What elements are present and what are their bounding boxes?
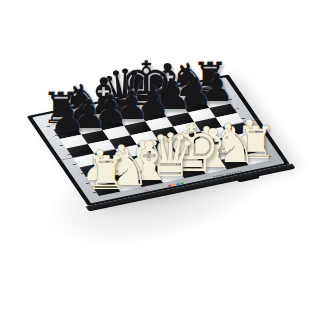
pieces-layer: ♜♞♝♛♚♝♞♜♟♟♟♟♟♟♟♟♟♟♟♟♟♟♟♟♜♞♝♛♚♝♞♜ <box>0 0 320 320</box>
piece-black-pawn-a7[interactable]: ♟ <box>50 98 86 138</box>
chess-set-photo: ▪▪▪▪ ▪▪▪▪▪▪ ▪▪ ♜♞♝♛♚♝♞♜♟♟♟♟♟♟♟♟♟♟♟♟♟♟♟♟♜… <box>0 0 320 320</box>
piece-white-rook-a1[interactable]: ♜ <box>86 150 128 197</box>
